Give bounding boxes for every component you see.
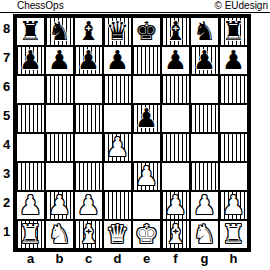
rank-label-1: 1 [0, 217, 13, 246]
square-f1[interactable]: ♝ [161, 220, 190, 249]
square-f8[interactable]: ♝ [161, 17, 190, 46]
rank-label-4: 4 [0, 130, 13, 159]
piece-black-pawn: ♟ [222, 46, 245, 75]
app-title: ChessOps [17, 0, 64, 11]
square-h4[interactable] [219, 133, 248, 162]
square-d8[interactable]: ♛ [103, 17, 132, 46]
square-c6[interactable] [74, 75, 103, 104]
piece-black-pawn: ♟ [19, 46, 42, 75]
rank-label-3: 3 [0, 159, 13, 188]
piece-black-rook: ♜ [19, 17, 42, 46]
square-h2[interactable]: ♟ [219, 191, 248, 220]
square-a3[interactable] [16, 162, 45, 191]
square-g7[interactable]: ♟ [190, 46, 219, 75]
square-a7[interactable]: ♟ [16, 46, 45, 75]
square-c4[interactable] [74, 133, 103, 162]
square-c5[interactable] [74, 104, 103, 133]
rank-label-7: 7 [0, 43, 13, 72]
square-g2[interactable]: ♟ [190, 191, 219, 220]
square-f4[interactable] [161, 133, 190, 162]
square-e1[interactable]: ♚ [132, 220, 161, 249]
title-bar: ChessOps © EUdesign [0, 0, 270, 13]
square-b1[interactable]: ♞ [45, 220, 74, 249]
piece-white-queen: ♛ [106, 220, 129, 249]
piece-black-pawn: ♟ [48, 46, 71, 75]
piece-black-pawn: ♟ [193, 46, 216, 75]
square-b4[interactable] [45, 133, 74, 162]
square-g3[interactable] [190, 162, 219, 191]
square-a1[interactable]: ♜ [16, 220, 45, 249]
square-d7[interactable]: ♟ [103, 46, 132, 75]
piece-white-knight: ♞ [48, 220, 71, 249]
square-a6[interactable] [16, 75, 45, 104]
piece-black-bishop: ♝ [77, 17, 100, 46]
square-e3[interactable]: ♟ [132, 162, 161, 191]
square-g4[interactable] [190, 133, 219, 162]
piece-black-pawn: ♟ [106, 46, 129, 75]
square-h7[interactable]: ♟ [219, 46, 248, 75]
file-label-d: d [103, 251, 132, 266]
credit-text: © EUdesign [214, 0, 268, 11]
square-b7[interactable]: ♟ [45, 46, 74, 75]
chess-diagram: ChessOps © EUdesign 87654321 ♜♞♝♛♚♝♞♜♟♟♟… [0, 0, 270, 270]
piece-white-pawn: ♟ [48, 191, 71, 220]
square-e4[interactable] [132, 133, 161, 162]
square-d4[interactable]: ♟ [103, 133, 132, 162]
square-g1[interactable]: ♞ [190, 220, 219, 249]
piece-black-rook: ♜ [222, 17, 245, 46]
rank-labels: 87654321 [0, 14, 13, 252]
piece-white-pawn: ♟ [193, 191, 216, 220]
rank-label-8: 8 [0, 14, 13, 43]
square-e7[interactable] [132, 46, 161, 75]
square-d6[interactable] [103, 75, 132, 104]
board-area: 87654321 ♜♞♝♛♚♝♞♜♟♟♟♟♟♟♟♟♟♟♟♟♟♟♟♟♜♞♝♛♚♝♞… [0, 14, 251, 252]
piece-white-rook: ♜ [19, 220, 42, 249]
piece-black-pawn: ♟ [135, 104, 158, 133]
square-f2[interactable]: ♟ [161, 191, 190, 220]
square-b3[interactable] [45, 162, 74, 191]
square-d1[interactable]: ♛ [103, 220, 132, 249]
square-d2[interactable] [103, 191, 132, 220]
square-h3[interactable] [219, 162, 248, 191]
piece-white-rook: ♜ [222, 220, 245, 249]
square-c2[interactable]: ♟ [74, 191, 103, 220]
square-f6[interactable] [161, 75, 190, 104]
square-g6[interactable] [190, 75, 219, 104]
piece-black-king: ♚ [135, 17, 158, 46]
piece-white-knight: ♞ [193, 220, 216, 249]
piece-black-pawn: ♟ [164, 46, 187, 75]
square-d3[interactable] [103, 162, 132, 191]
square-b6[interactable] [45, 75, 74, 104]
square-f5[interactable] [161, 104, 190, 133]
square-c1[interactable]: ♝ [74, 220, 103, 249]
square-b8[interactable]: ♞ [45, 17, 74, 46]
piece-white-bishop: ♝ [77, 220, 100, 249]
square-e8[interactable]: ♚ [132, 17, 161, 46]
square-h1[interactable]: ♜ [219, 220, 248, 249]
square-h6[interactable] [219, 75, 248, 104]
square-a8[interactable]: ♜ [16, 17, 45, 46]
piece-white-pawn: ♟ [77, 191, 100, 220]
rank-label-2: 2 [0, 188, 13, 217]
square-h8[interactable]: ♜ [219, 17, 248, 46]
file-label-g: g [190, 251, 219, 266]
piece-white-pawn: ♟ [135, 162, 158, 191]
square-e2[interactable] [132, 191, 161, 220]
piece-black-pawn: ♟ [77, 46, 100, 75]
square-a5[interactable] [16, 104, 45, 133]
file-label-e: e [132, 251, 161, 266]
file-label-f: f [161, 251, 190, 266]
piece-white-pawn: ♟ [222, 191, 245, 220]
piece-white-bishop: ♝ [164, 220, 187, 249]
square-a2[interactable]: ♟ [16, 191, 45, 220]
square-a4[interactable] [16, 133, 45, 162]
square-g5[interactable] [190, 104, 219, 133]
square-b5[interactable] [45, 104, 74, 133]
square-c3[interactable] [74, 162, 103, 191]
square-f3[interactable] [161, 162, 190, 191]
rank-label-6: 6 [0, 72, 13, 101]
square-c7[interactable]: ♟ [74, 46, 103, 75]
file-label-a: a [16, 251, 45, 266]
file-labels: abcdefgh [16, 251, 248, 266]
chess-board: ♜♞♝♛♚♝♞♜♟♟♟♟♟♟♟♟♟♟♟♟♟♟♟♟♜♞♝♛♚♝♞♜ [13, 14, 251, 252]
piece-white-king: ♚ [135, 220, 158, 249]
rank-label-5: 5 [0, 101, 13, 130]
square-f7[interactable]: ♟ [161, 46, 190, 75]
square-g8[interactable]: ♞ [190, 17, 219, 46]
piece-black-bishop: ♝ [164, 17, 187, 46]
file-label-c: c [74, 251, 103, 266]
piece-white-pawn: ♟ [19, 191, 42, 220]
file-label-b: b [45, 251, 74, 266]
piece-black-queen: ♛ [106, 17, 129, 46]
square-e5[interactable]: ♟ [132, 104, 161, 133]
square-e6[interactable] [132, 75, 161, 104]
file-label-h: h [219, 251, 248, 266]
piece-white-pawn: ♟ [106, 133, 129, 162]
square-h5[interactable] [219, 104, 248, 133]
piece-black-knight: ♞ [193, 17, 216, 46]
piece-black-knight: ♞ [48, 17, 71, 46]
square-c8[interactable]: ♝ [74, 17, 103, 46]
piece-white-pawn: ♟ [164, 191, 187, 220]
square-d5[interactable] [103, 104, 132, 133]
square-b2[interactable]: ♟ [45, 191, 74, 220]
